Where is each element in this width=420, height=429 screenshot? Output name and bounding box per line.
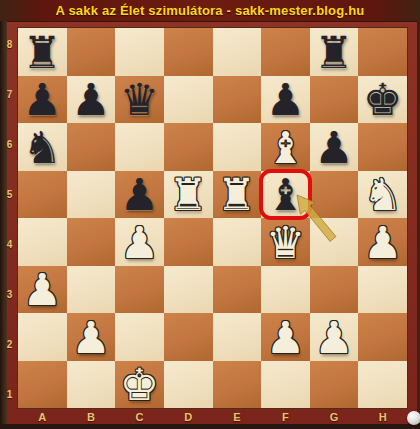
frame-left-edge [0, 21, 7, 429]
piece-white-knight-h5[interactable]: ♞ [363, 173, 402, 217]
piece-black-rook-a8[interactable]: ♜ [23, 31, 62, 75]
square-b1[interactable] [67, 361, 116, 409]
square-e1[interactable] [213, 361, 262, 409]
square-b2[interactable]: ♟ [67, 313, 116, 361]
square-d5[interactable]: ♜ [164, 171, 213, 219]
square-d1[interactable] [164, 361, 213, 409]
frame-bottom-edge [0, 424, 420, 429]
square-e6[interactable] [213, 123, 262, 171]
piece-white-rook-d5[interactable]: ♜ [168, 173, 207, 217]
square-h7[interactable]: ♚ [358, 76, 407, 124]
piece-black-knight-a6[interactable]: ♞ [23, 126, 62, 170]
file-label-h: H [375, 409, 391, 425]
piece-white-queen-f4[interactable]: ♛ [266, 221, 305, 265]
chess-diagram: A sakk az Élet szimulátora - sakk-mester… [0, 0, 420, 429]
piece-black-king-h7[interactable]: ♚ [363, 78, 402, 122]
file-label-c: C [132, 409, 148, 425]
square-b5[interactable] [67, 171, 116, 219]
piece-black-queen-c7[interactable]: ♛ [120, 78, 159, 122]
square-h2[interactable] [358, 313, 407, 361]
file-label-d: D [180, 409, 196, 425]
rank-label-1: 1 [3, 388, 16, 402]
square-f1[interactable] [261, 361, 310, 409]
square-e5[interactable]: ♜ [213, 171, 262, 219]
square-h8[interactable] [358, 28, 407, 76]
square-f2[interactable]: ♟ [261, 313, 310, 361]
page-title: A sakk az Élet szimulátora - sakk-mester… [56, 3, 365, 18]
square-d4[interactable] [164, 218, 213, 266]
square-g5[interactable] [310, 171, 359, 219]
square-h4[interactable]: ♟ [358, 218, 407, 266]
rank-label-6: 6 [3, 138, 16, 152]
square-c5[interactable]: ♟ [115, 171, 164, 219]
piece-white-pawn-a3[interactable]: ♟ [23, 268, 62, 312]
square-h1[interactable] [358, 361, 407, 409]
square-b6[interactable] [67, 123, 116, 171]
square-a1[interactable] [18, 361, 67, 409]
square-d7[interactable] [164, 76, 213, 124]
rank-label-5: 5 [3, 188, 16, 202]
square-f6[interactable]: ♝ [261, 123, 310, 171]
square-b7[interactable]: ♟ [67, 76, 116, 124]
rank-label-2: 2 [3, 338, 16, 352]
rank-label-7: 7 [3, 88, 16, 102]
square-f8[interactable] [261, 28, 310, 76]
piece-black-pawn-b7[interactable]: ♟ [71, 78, 110, 122]
piece-white-pawn-b2[interactable]: ♟ [71, 316, 110, 360]
square-h6[interactable] [358, 123, 407, 171]
square-a5[interactable] [18, 171, 67, 219]
square-c7[interactable]: ♛ [115, 76, 164, 124]
square-f5[interactable]: ♝ [261, 171, 310, 219]
square-c6[interactable] [115, 123, 164, 171]
file-label-e: E [229, 409, 245, 425]
piece-white-pawn-h4[interactable]: ♟ [363, 221, 402, 265]
file-label-g: G [326, 409, 342, 425]
file-label-b: B [83, 409, 99, 425]
square-g7[interactable] [310, 76, 359, 124]
square-b3[interactable] [67, 266, 116, 314]
rank-label-4: 4 [3, 238, 16, 252]
square-e3[interactable] [213, 266, 262, 314]
piece-white-pawn-g2[interactable]: ♟ [314, 316, 353, 360]
square-d8[interactable] [164, 28, 213, 76]
square-h5[interactable]: ♞ [358, 171, 407, 219]
rank-label-8: 8 [3, 38, 16, 52]
square-g6[interactable]: ♟ [310, 123, 359, 171]
corner-ball-decoration [407, 411, 420, 425]
square-e4[interactable] [213, 218, 262, 266]
square-f4[interactable]: ♛ [261, 218, 310, 266]
square-e2[interactable] [213, 313, 262, 361]
square-e7[interactable] [213, 76, 262, 124]
rank-label-3: 3 [3, 288, 16, 302]
square-c3[interactable] [115, 266, 164, 314]
square-a7[interactable]: ♟ [18, 76, 67, 124]
square-b8[interactable] [67, 28, 116, 76]
piece-black-pawn-a7[interactable]: ♟ [23, 78, 62, 122]
square-h3[interactable] [358, 266, 407, 314]
piece-black-pawn-g6[interactable]: ♟ [314, 126, 353, 170]
square-c1[interactable]: ♚ [115, 361, 164, 409]
square-f7[interactable]: ♟ [261, 76, 310, 124]
piece-white-bishop-f6[interactable]: ♝ [266, 126, 305, 170]
square-c2[interactable] [115, 313, 164, 361]
chess-board: ♜♜♟♟♛♟♚♞♝♟♟♜♜♝♞♟♛♟♟♟♟♟♚ [18, 28, 407, 408]
piece-black-bishop-f5[interactable]: ♝ [266, 173, 305, 217]
piece-black-pawn-f7[interactable]: ♟ [266, 78, 305, 122]
square-g8[interactable]: ♜ [310, 28, 359, 76]
square-d3[interactable] [164, 266, 213, 314]
square-a4[interactable] [18, 218, 67, 266]
piece-white-pawn-f2[interactable]: ♟ [266, 316, 305, 360]
square-a8[interactable]: ♜ [18, 28, 67, 76]
file-label-f: F [277, 409, 293, 425]
square-e8[interactable] [213, 28, 262, 76]
square-d6[interactable] [164, 123, 213, 171]
piece-white-rook-e5[interactable]: ♜ [217, 173, 256, 217]
piece-white-king-c1[interactable]: ♚ [120, 363, 159, 407]
square-g4[interactable] [310, 218, 359, 266]
title-bar: A sakk az Élet szimulátora - sakk-mester… [0, 0, 420, 22]
piece-white-pawn-c4[interactable]: ♟ [120, 221, 159, 265]
square-c8[interactable] [115, 28, 164, 76]
square-d2[interactable] [164, 313, 213, 361]
square-b4[interactable] [67, 218, 116, 266]
square-a3[interactable]: ♟ [18, 266, 67, 314]
square-f3[interactable] [261, 266, 310, 314]
square-g3[interactable] [310, 266, 359, 314]
square-a6[interactable]: ♞ [18, 123, 67, 171]
piece-black-rook-g8[interactable]: ♜ [314, 31, 353, 75]
square-g2[interactable]: ♟ [310, 313, 359, 361]
file-label-a: A [34, 409, 50, 425]
piece-black-pawn-c5[interactable]: ♟ [120, 173, 159, 217]
square-c4[interactable]: ♟ [115, 218, 164, 266]
square-g1[interactable] [310, 361, 359, 409]
square-a2[interactable] [18, 313, 67, 361]
